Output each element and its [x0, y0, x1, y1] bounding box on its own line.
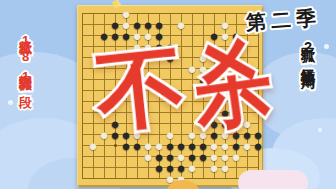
white-stone[interactable]: ●: [187, 162, 198, 173]
white-stone[interactable]: ●: [209, 162, 220, 173]
title-char-bu: 不: [92, 42, 190, 137]
black-stone[interactable]: ●: [154, 162, 165, 173]
black-stone[interactable]: ●: [99, 30, 110, 41]
white-stone[interactable]: ●: [242, 140, 253, 151]
white-stone[interactable]: ●: [231, 151, 242, 162]
cloud-dot: [318, 128, 322, 132]
white-stone[interactable]: ●: [176, 19, 187, 30]
white-stone[interactable]: ●: [143, 151, 154, 162]
white-stone[interactable]: ●: [88, 140, 99, 151]
black-stone[interactable]: ●: [132, 140, 143, 151]
series-title: 第二季: [245, 4, 322, 36]
star-point: [114, 144, 117, 147]
title-char-sha: 杀: [187, 33, 277, 135]
black-stone[interactable]: ●: [121, 140, 132, 151]
white-stone[interactable]: ●: [220, 162, 231, 173]
cloud-dot: [8, 100, 13, 105]
black-stone[interactable]: ●: [198, 151, 209, 162]
right-vertical-title: 野狐2级第二十四局: [298, 36, 317, 186]
cloud-dot: [324, 44, 329, 49]
black-stone[interactable]: ●: [253, 140, 264, 151]
black-stone[interactable]: ●: [110, 30, 121, 41]
black-stone[interactable]: ●: [121, 30, 132, 41]
video-thumbnail: { "game": "go", "video_title": { "left_v…: [0, 0, 336, 189]
left-vertical-title: 从野狐18级到野狐1段: [16, 30, 34, 186]
